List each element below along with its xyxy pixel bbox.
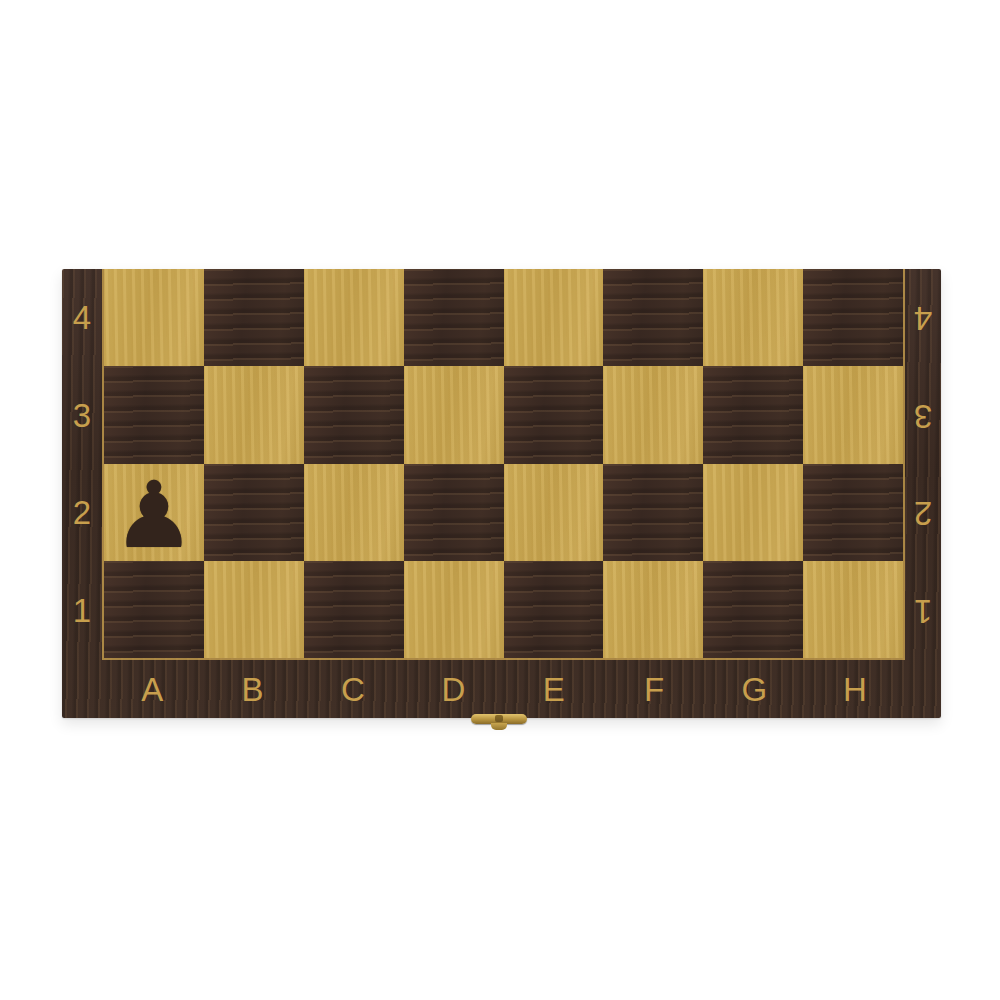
square-f4 (603, 269, 703, 366)
coordinate-label: 1 (73, 592, 91, 630)
square-c3 (304, 366, 404, 463)
square-e1 (504, 561, 604, 658)
file-labels: ABCDEFGH (102, 660, 905, 718)
square-f2 (603, 464, 703, 561)
coordinate-label: 3 (914, 397, 932, 435)
square-d2 (404, 464, 504, 561)
square-d1 (404, 561, 504, 658)
coordinate-label: C (341, 671, 365, 709)
coordinate-label: A (141, 671, 163, 709)
square-g4 (703, 269, 803, 366)
coordinate-label: 2 (73, 494, 91, 532)
coordinate-label: 4 (914, 299, 932, 337)
coordinate-label: H (843, 671, 867, 709)
coordinate-label: F (644, 671, 664, 709)
square-h3 (803, 366, 903, 463)
square-e3 (504, 366, 604, 463)
square-a1 (104, 561, 204, 658)
square-h1 (803, 561, 903, 658)
coordinate-label: 2 (914, 494, 932, 532)
chess-board: 4321 ♟ 4321 ABCDEFGH (62, 269, 941, 718)
square-h4 (803, 269, 903, 366)
coordinate-label: E (543, 671, 565, 709)
square-f3 (603, 366, 703, 463)
square-e2 (504, 464, 604, 561)
square-a3 (104, 366, 204, 463)
coordinate-label: B (242, 671, 264, 709)
coordinate-label: D (441, 671, 465, 709)
square-d4 (404, 269, 504, 366)
square-c1 (304, 561, 404, 658)
square-a2: ♟ (104, 464, 204, 561)
black-pawn: ♟ (113, 470, 195, 561)
coordinate-label: 1 (914, 592, 932, 630)
coordinate-label: G (742, 671, 768, 709)
square-b3 (204, 366, 304, 463)
rank-labels-left: 4321 (62, 269, 102, 660)
play-area: ♟ (102, 269, 905, 660)
brass-clasp-icon (471, 714, 527, 724)
square-g3 (703, 366, 803, 463)
coordinate-label: 4 (73, 299, 91, 337)
square-g1 (703, 561, 803, 658)
square-c4 (304, 269, 404, 366)
square-g2 (703, 464, 803, 561)
square-a4 (104, 269, 204, 366)
coordinate-label: 3 (73, 397, 91, 435)
square-d3 (404, 366, 504, 463)
square-c2 (304, 464, 404, 561)
square-e4 (504, 269, 604, 366)
rank-labels-right: 4321 (905, 269, 941, 660)
square-f1 (603, 561, 703, 658)
square-h2 (803, 464, 903, 561)
square-b2 (204, 464, 304, 561)
product-photo-scene: 4321 ♟ 4321 ABCDEFGH (0, 0, 1000, 1000)
square-b4 (204, 269, 304, 366)
square-b1 (204, 561, 304, 658)
